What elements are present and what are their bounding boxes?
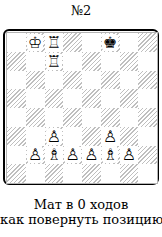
square-a4 xyxy=(7,108,26,127)
square-b1 xyxy=(26,164,45,183)
square-a8 xyxy=(7,33,26,52)
white-pawn: ♙ xyxy=(83,146,99,163)
square-c3: ♙ xyxy=(45,127,64,146)
white-king: ♔ xyxy=(27,34,43,51)
square-b6 xyxy=(26,71,45,90)
square-b4 xyxy=(26,108,45,127)
square-h2 xyxy=(138,146,157,165)
square-f1 xyxy=(101,164,120,183)
black-king: ♚ xyxy=(102,34,118,51)
square-e7 xyxy=(82,52,101,71)
white-bishop: ♗ xyxy=(102,146,118,163)
square-b5 xyxy=(26,89,45,108)
square-e3 xyxy=(82,127,101,146)
square-d3 xyxy=(63,127,82,146)
white-pawn: ♙ xyxy=(102,128,118,145)
square-d2: ♙ xyxy=(63,146,82,165)
square-a6 xyxy=(7,71,26,90)
square-c2: ♗ xyxy=(45,146,64,165)
square-b8: ♔ xyxy=(26,33,45,52)
square-f5 xyxy=(101,89,120,108)
white-rook: ♖ xyxy=(46,53,62,70)
square-f2: ♗ xyxy=(101,146,120,165)
square-a5 xyxy=(7,89,26,108)
square-c4 xyxy=(45,108,64,127)
square-g5 xyxy=(120,89,139,108)
square-b2: ♙ xyxy=(26,146,45,165)
square-e4 xyxy=(82,108,101,127)
square-b3 xyxy=(26,127,45,146)
square-g2: ♙ xyxy=(120,146,139,165)
square-d8 xyxy=(63,33,82,52)
square-f8: ♚ xyxy=(101,33,120,52)
chess-puzzle-page: №2 ♔♖♚♖♙♙♙♗♙♙♗♙ Мат в 0 ходов как поверн… xyxy=(0,0,162,237)
square-f6 xyxy=(101,71,120,90)
square-g3 xyxy=(120,127,139,146)
square-g8 xyxy=(120,33,139,52)
square-h5 xyxy=(138,89,157,108)
chess-board-frame: ♔♖♚♖♙♙♙♗♙♙♗♙ xyxy=(3,29,159,185)
square-b7 xyxy=(26,52,45,71)
square-h4 xyxy=(138,108,157,127)
white-pawn: ♙ xyxy=(121,146,137,163)
square-c5 xyxy=(45,89,64,108)
square-a3 xyxy=(7,127,26,146)
square-h8 xyxy=(138,33,157,52)
square-g6 xyxy=(120,71,139,90)
square-g4 xyxy=(120,108,139,127)
square-c1 xyxy=(45,164,64,183)
square-f7 xyxy=(101,52,120,71)
square-g1 xyxy=(120,164,139,183)
square-f4 xyxy=(101,108,120,127)
square-e2: ♙ xyxy=(82,146,101,165)
square-e6 xyxy=(82,71,101,90)
square-a7 xyxy=(7,52,26,71)
chess-board-grid: ♔♖♚♖♙♙♙♗♙♙♗♙ xyxy=(7,33,157,183)
square-h3 xyxy=(138,127,157,146)
square-a1 xyxy=(7,164,26,183)
white-pawn: ♙ xyxy=(27,146,43,163)
square-a2 xyxy=(7,146,26,165)
chess-board-inner-frame: ♔♖♚♖♙♙♙♗♙♙♗♙ xyxy=(6,32,158,184)
square-h1 xyxy=(138,164,157,183)
caption-line-2: как повернуть позицию? xyxy=(0,212,162,227)
square-d5 xyxy=(63,89,82,108)
square-h7 xyxy=(138,52,157,71)
white-pawn: ♙ xyxy=(64,146,80,163)
white-rook: ♖ xyxy=(46,34,62,51)
square-h6 xyxy=(138,71,157,90)
square-c6 xyxy=(45,71,64,90)
square-e1 xyxy=(82,164,101,183)
square-d1 xyxy=(63,164,82,183)
square-d6 xyxy=(63,71,82,90)
square-f3: ♙ xyxy=(101,127,120,146)
square-c7: ♖ xyxy=(45,52,64,71)
white-pawn: ♙ xyxy=(46,128,62,145)
puzzle-number-title: №2 xyxy=(0,0,162,18)
square-d4 xyxy=(63,108,82,127)
caption-line-1: Мат в 0 ходов xyxy=(0,197,162,212)
white-bishop: ♗ xyxy=(46,146,62,163)
square-c8: ♖ xyxy=(45,33,64,52)
square-d7 xyxy=(63,52,82,71)
square-g7 xyxy=(120,52,139,71)
square-e5 xyxy=(82,89,101,108)
square-e8 xyxy=(82,33,101,52)
